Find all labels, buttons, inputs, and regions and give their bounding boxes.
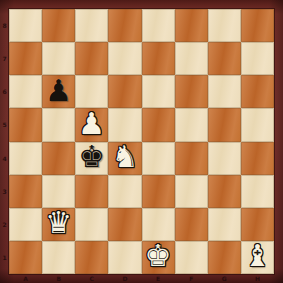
square-g4[interactable]: [208, 142, 241, 175]
square-g3[interactable]: [208, 175, 241, 208]
rank-label-4: 4: [0, 142, 9, 175]
square-a3[interactable]: [9, 175, 42, 208]
rank-label-6: 6: [0, 75, 9, 108]
file-label-h: H: [241, 274, 274, 283]
square-d2[interactable]: [108, 208, 141, 241]
square-a2[interactable]: [9, 208, 42, 241]
square-f3[interactable]: [175, 175, 208, 208]
rank-label-7: 7: [0, 42, 9, 75]
square-c1[interactable]: [75, 241, 108, 274]
chess-board: ♟♟♚♞♛♚♝: [9, 9, 274, 274]
square-b7[interactable]: [42, 42, 75, 75]
square-g1[interactable]: [208, 241, 241, 274]
square-c4[interactable]: ♚: [75, 142, 108, 175]
square-e5[interactable]: [142, 108, 175, 141]
square-g5[interactable]: [208, 108, 241, 141]
square-g2[interactable]: [208, 208, 241, 241]
square-c8[interactable]: [75, 9, 108, 42]
square-c5[interactable]: ♟: [75, 108, 108, 141]
rank-label-8: 8: [0, 9, 9, 42]
white-knight-piece: ♞: [111, 142, 138, 172]
square-d7[interactable]: [108, 42, 141, 75]
square-e1[interactable]: ♚: [142, 241, 175, 274]
square-h4[interactable]: [241, 142, 274, 175]
rank-label-3: 3: [0, 175, 9, 208]
square-c2[interactable]: [75, 208, 108, 241]
file-label-b: B: [42, 274, 75, 283]
rank-label-5: 5: [0, 108, 9, 141]
black-pawn-piece: ♟: [45, 76, 72, 106]
white-queen-piece: ♛: [45, 208, 72, 238]
chess-board-frame: 87654321 ABCDEFGH ♟♟♚♞♛♚♝: [0, 0, 283, 283]
file-label-a: A: [9, 274, 42, 283]
rank-labels: 87654321: [0, 9, 9, 274]
square-e7[interactable]: [142, 42, 175, 75]
white-king-piece: ♚: [145, 241, 172, 271]
square-e6[interactable]: [142, 75, 175, 108]
square-g8[interactable]: [208, 9, 241, 42]
square-b4[interactable]: [42, 142, 75, 175]
square-h6[interactable]: [241, 75, 274, 108]
square-h5[interactable]: [241, 108, 274, 141]
square-d8[interactable]: [108, 9, 141, 42]
square-a6[interactable]: [9, 75, 42, 108]
square-f7[interactable]: [175, 42, 208, 75]
square-f5[interactable]: [175, 108, 208, 141]
square-a8[interactable]: [9, 9, 42, 42]
square-a4[interactable]: [9, 142, 42, 175]
square-g6[interactable]: [208, 75, 241, 108]
square-c3[interactable]: [75, 175, 108, 208]
file-labels: ABCDEFGH: [9, 274, 274, 283]
square-e4[interactable]: [142, 142, 175, 175]
square-f4[interactable]: [175, 142, 208, 175]
square-d6[interactable]: [108, 75, 141, 108]
square-b2[interactable]: ♛: [42, 208, 75, 241]
square-d5[interactable]: [108, 108, 141, 141]
file-label-f: F: [175, 274, 208, 283]
square-h1[interactable]: ♝: [241, 241, 274, 274]
rank-label-1: 1: [0, 241, 9, 274]
square-f6[interactable]: [175, 75, 208, 108]
square-d4[interactable]: ♞: [108, 142, 141, 175]
square-h2[interactable]: [241, 208, 274, 241]
square-e2[interactable]: [142, 208, 175, 241]
square-c6[interactable]: [75, 75, 108, 108]
white-pawn-piece: ♟: [78, 109, 105, 139]
square-e8[interactable]: [142, 9, 175, 42]
square-b8[interactable]: [42, 9, 75, 42]
square-b3[interactable]: [42, 175, 75, 208]
square-f8[interactable]: [175, 9, 208, 42]
square-e3[interactable]: [142, 175, 175, 208]
file-label-d: D: [108, 274, 141, 283]
file-label-c: C: [75, 274, 108, 283]
square-d1[interactable]: [108, 241, 141, 274]
square-a5[interactable]: [9, 108, 42, 141]
square-h7[interactable]: [241, 42, 274, 75]
square-c7[interactable]: [75, 42, 108, 75]
square-h3[interactable]: [241, 175, 274, 208]
square-a1[interactable]: [9, 241, 42, 274]
square-b1[interactable]: [42, 241, 75, 274]
file-label-e: E: [142, 274, 175, 283]
square-b6[interactable]: ♟: [42, 75, 75, 108]
square-g7[interactable]: [208, 42, 241, 75]
square-d3[interactable]: [108, 175, 141, 208]
square-b5[interactable]: [42, 108, 75, 141]
square-f1[interactable]: [175, 241, 208, 274]
black-king-piece: ♚: [78, 142, 105, 172]
white-bishop-piece: ♝: [244, 241, 271, 271]
square-a7[interactable]: [9, 42, 42, 75]
square-f2[interactable]: [175, 208, 208, 241]
square-h8[interactable]: [241, 9, 274, 42]
rank-label-2: 2: [0, 208, 9, 241]
file-label-g: G: [208, 274, 241, 283]
